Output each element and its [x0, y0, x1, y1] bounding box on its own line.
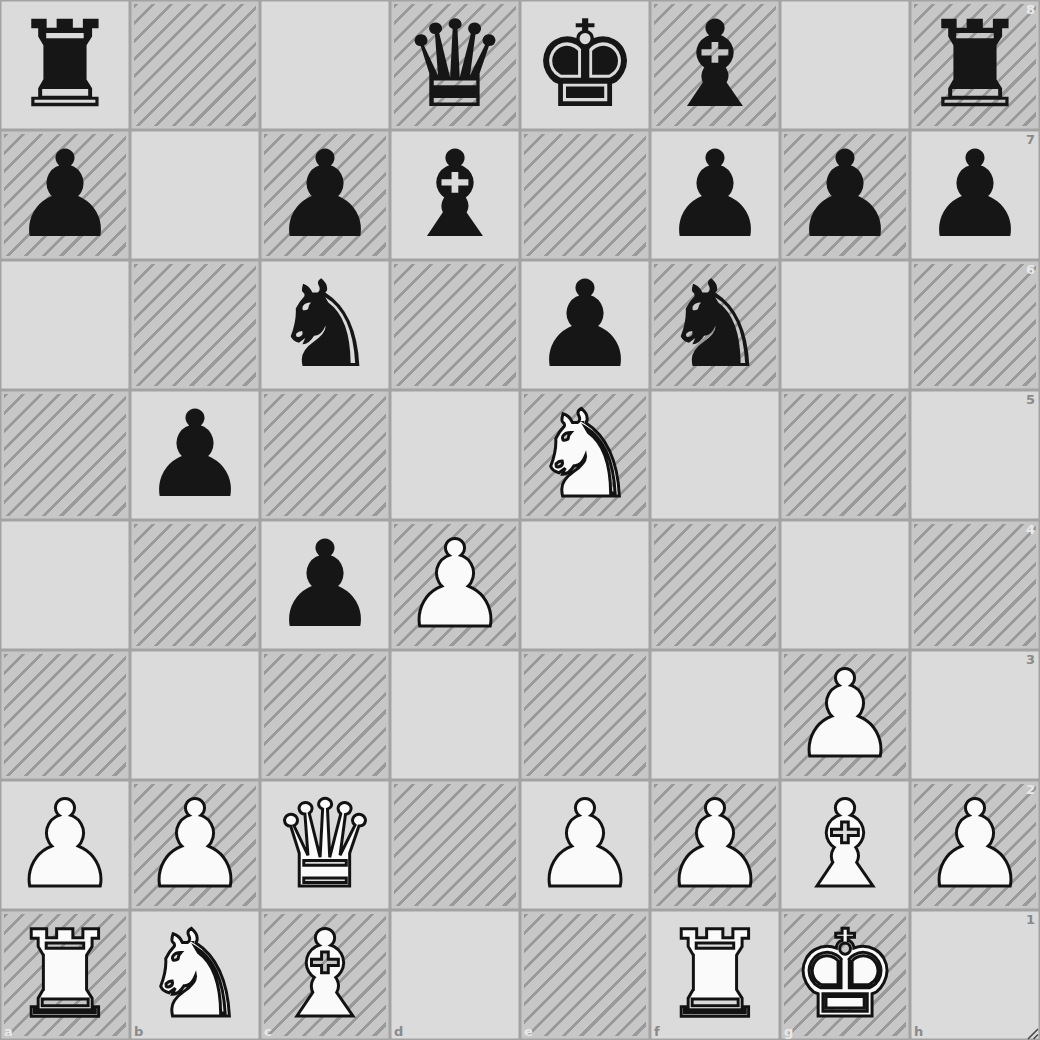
square-a6[interactable] [0, 260, 130, 390]
black-pawn-e6[interactable]: ♟ [531, 265, 639, 385]
black-pawn-c7[interactable]: ♟ [271, 135, 379, 255]
black-pawn-c4[interactable]: ♟ [271, 525, 379, 645]
white-pawn-a2[interactable]: ♟ [11, 785, 119, 905]
rank-label-2: 2 [1026, 783, 1035, 796]
square-f5[interactable] [650, 390, 780, 520]
resize-grip-lines [1028, 1029, 1038, 1039]
white-pawn-h2[interactable]: ♟ [921, 785, 1029, 905]
square-g2[interactable]: ♝ [780, 780, 910, 910]
square-g8[interactable] [780, 0, 910, 130]
square-b6[interactable] [130, 260, 260, 390]
white-bishop-g2[interactable]: ♝ [791, 785, 899, 905]
black-bishop-d7[interactable]: ♝ [401, 135, 509, 255]
file-label-b: b [134, 1025, 143, 1038]
square-g6[interactable] [780, 260, 910, 390]
square-d8[interactable]: ♛ [390, 0, 520, 130]
white-knight-b1[interactable]: ♞ [141, 915, 249, 1035]
file-label-a: a [4, 1025, 13, 1038]
white-pawn-d4[interactable]: ♟ [401, 525, 509, 645]
square-a4[interactable] [0, 520, 130, 650]
file-label-d: d [394, 1025, 403, 1038]
rank-label-8: 8 [1026, 3, 1035, 16]
square-a3[interactable] [0, 650, 130, 780]
square-d2[interactable] [390, 780, 520, 910]
rank-label-7: 7 [1026, 133, 1035, 146]
square-b8[interactable] [130, 0, 260, 130]
square-b5[interactable]: ♟ [130, 390, 260, 520]
white-pawn-g3[interactable]: ♟ [791, 655, 899, 775]
black-knight-c6[interactable]: ♞ [271, 265, 379, 385]
square-f3[interactable] [650, 650, 780, 780]
square-c5[interactable] [260, 390, 390, 520]
black-pawn-g7[interactable]: ♟ [791, 135, 899, 255]
square-a2[interactable]: ♟ [0, 780, 130, 910]
square-e8[interactable]: ♚ [520, 0, 650, 130]
square-c4[interactable]: ♟ [260, 520, 390, 650]
white-knight-e5[interactable]: ♞ [531, 395, 639, 515]
square-b3[interactable] [130, 650, 260, 780]
file-label-c: c [264, 1025, 272, 1038]
chess-board: ♜♛♚♝♜8♟♟♝♟♟♟7♞♟♞6♟♞5♟♟4♟3♟♟♛♟♟♝♟2♜a♞b♝cd… [0, 0, 1040, 1040]
square-h3[interactable]: 3 [910, 650, 1040, 780]
square-c7[interactable]: ♟ [260, 130, 390, 260]
white-pawn-b2[interactable]: ♟ [141, 785, 249, 905]
black-king-e8[interactable]: ♚ [531, 5, 639, 125]
square-b4[interactable] [130, 520, 260, 650]
black-bishop-f8[interactable]: ♝ [661, 5, 769, 125]
white-bishop-c1[interactable]: ♝ [271, 915, 379, 1035]
square-c6[interactable]: ♞ [260, 260, 390, 390]
file-label-g: g [784, 1025, 793, 1038]
square-h7[interactable]: ♟7 [910, 130, 1040, 260]
rank-label-3: 3 [1026, 653, 1035, 666]
square-a1[interactable]: ♜a [0, 910, 130, 1040]
square-d1[interactable]: d [390, 910, 520, 1040]
square-c1[interactable]: ♝c [260, 910, 390, 1040]
square-e5[interactable]: ♞ [520, 390, 650, 520]
square-a8[interactable]: ♜ [0, 0, 130, 130]
square-e3[interactable] [520, 650, 650, 780]
square-g5[interactable] [780, 390, 910, 520]
rank-label-4: 4 [1026, 523, 1035, 536]
square-a7[interactable]: ♟ [0, 130, 130, 260]
black-pawn-f7[interactable]: ♟ [661, 135, 769, 255]
square-d7[interactable]: ♝ [390, 130, 520, 260]
square-h6[interactable]: 6 [910, 260, 1040, 390]
white-king-g1[interactable]: ♚ [791, 915, 899, 1035]
black-pawn-h7[interactable]: ♟ [921, 135, 1029, 255]
black-rook-h8[interactable]: ♜ [921, 5, 1029, 125]
file-label-f: f [654, 1025, 660, 1038]
square-e1[interactable]: e [520, 910, 650, 1040]
white-pawn-f2[interactable]: ♟ [661, 785, 769, 905]
square-g3[interactable]: ♟ [780, 650, 910, 780]
square-e6[interactable]: ♟ [520, 260, 650, 390]
square-h4[interactable]: 4 [910, 520, 1040, 650]
square-f4[interactable] [650, 520, 780, 650]
square-f2[interactable]: ♟ [650, 780, 780, 910]
square-d5[interactable] [390, 390, 520, 520]
square-b2[interactable]: ♟ [130, 780, 260, 910]
square-d3[interactable] [390, 650, 520, 780]
black-pawn-a7[interactable]: ♟ [11, 135, 119, 255]
square-e2[interactable]: ♟ [520, 780, 650, 910]
square-d4[interactable]: ♟ [390, 520, 520, 650]
square-e4[interactable] [520, 520, 650, 650]
rank-label-1: 1 [1026, 913, 1035, 926]
square-h5[interactable]: 5 [910, 390, 1040, 520]
square-f6[interactable]: ♞ [650, 260, 780, 390]
square-f7[interactable]: ♟ [650, 130, 780, 260]
file-label-h: h [914, 1025, 923, 1038]
white-rook-f1[interactable]: ♜ [661, 915, 769, 1035]
file-label-e: e [524, 1025, 533, 1038]
black-queen-d8[interactable]: ♛ [401, 5, 509, 125]
white-pawn-e2[interactable]: ♟ [531, 785, 639, 905]
square-h8[interactable]: ♜8 [910, 0, 1040, 130]
white-rook-a1[interactable]: ♜ [11, 915, 119, 1035]
resize-handle-icon[interactable] [1025, 1025, 1039, 1039]
black-pawn-b5[interactable]: ♟ [141, 395, 249, 515]
square-d6[interactable] [390, 260, 520, 390]
black-knight-f6[interactable]: ♞ [661, 265, 769, 385]
rank-label-5: 5 [1026, 393, 1035, 406]
square-g4[interactable] [780, 520, 910, 650]
square-f1[interactable]: ♜f [650, 910, 780, 1040]
square-g1[interactable]: ♚g [780, 910, 910, 1040]
square-a5[interactable] [0, 390, 130, 520]
square-f8[interactable]: ♝ [650, 0, 780, 130]
square-b1[interactable]: ♞b [130, 910, 260, 1040]
square-b7[interactable] [130, 130, 260, 260]
square-h1[interactable]: 1h [910, 910, 1040, 1040]
square-c2[interactable]: ♛ [260, 780, 390, 910]
square-h2[interactable]: ♟2 [910, 780, 1040, 910]
square-e7[interactable] [520, 130, 650, 260]
black-rook-a8[interactable]: ♜ [11, 5, 119, 125]
rank-label-6: 6 [1026, 263, 1035, 276]
white-queen-c2[interactable]: ♛ [271, 785, 379, 905]
square-c3[interactable] [260, 650, 390, 780]
square-c8[interactable] [260, 0, 390, 130]
square-g7[interactable]: ♟ [780, 130, 910, 260]
